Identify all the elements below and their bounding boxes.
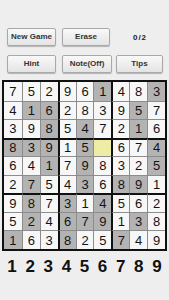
cell-r9c7[interactable]: 7 [111, 230, 129, 249]
cell-r6c6[interactable]: 6 [93, 175, 111, 194]
cell-r7c5[interactable]: 1 [76, 193, 94, 212]
cell-r9c4[interactable]: 8 [58, 230, 76, 249]
cell-r7c4[interactable]: 3 [58, 193, 76, 212]
cell-r4c3[interactable]: 9 [40, 138, 58, 157]
mistake-counter: 0/2 [117, 28, 163, 46]
cell-r4c6[interactable] [93, 138, 111, 157]
cell-r5c4[interactable]: 7 [58, 156, 76, 175]
cell-r4c8[interactable]: 7 [129, 138, 147, 157]
cell-r2c7[interactable]: 9 [111, 101, 129, 120]
cell-r1c9[interactable]: 3 [147, 82, 165, 101]
cell-r4c4[interactable]: 1 [58, 138, 76, 157]
cell-r1c1[interactable]: 7 [4, 82, 22, 101]
cell-r3c8[interactable]: 1 [129, 119, 147, 138]
cell-r1c3[interactable]: 2 [40, 82, 58, 101]
cell-r8c6[interactable]: 9 [93, 212, 111, 231]
numpad-6[interactable]: 6 [98, 257, 107, 277]
cell-r7c7[interactable]: 5 [111, 193, 129, 212]
numpad-5[interactable]: 5 [80, 257, 89, 277]
cell-r9c6[interactable]: 5 [93, 230, 111, 249]
cell-r9c8[interactable]: 4 [129, 230, 147, 249]
numpad-4[interactable]: 4 [62, 257, 71, 277]
numpad-9[interactable]: 9 [152, 257, 161, 277]
numpad-2[interactable]: 2 [25, 257, 34, 277]
numpad-8[interactable]: 8 [134, 257, 143, 277]
cell-r2c9[interactable]: 7 [147, 101, 165, 120]
cell-r8c2[interactable]: 2 [22, 212, 40, 231]
cell-r8c1[interactable]: 5 [4, 212, 22, 231]
cell-r3c6[interactable]: 7 [93, 119, 111, 138]
numpad-3[interactable]: 3 [44, 257, 53, 277]
cell-r8c8[interactable]: 3 [129, 212, 147, 231]
cell-r5c5[interactable]: 9 [76, 156, 94, 175]
numpad-7[interactable]: 7 [116, 257, 125, 277]
cell-r5c3[interactable]: 1 [40, 156, 58, 175]
cell-r2c1[interactable]: 4 [4, 101, 22, 120]
cell-r3c4[interactable]: 5 [58, 119, 76, 138]
cell-r6c4[interactable]: 4 [58, 175, 76, 194]
cell-r6c9[interactable]: 1 [147, 175, 165, 194]
sudoku-board: 7529614834162839573985472168391567464179… [2, 80, 167, 251]
cell-r8c7[interactable]: 1 [111, 212, 129, 231]
cell-r7c6[interactable]: 4 [93, 193, 111, 212]
cell-r5c2[interactable]: 4 [22, 156, 40, 175]
cell-r9c5[interactable]: 2 [76, 230, 94, 249]
cell-r2c5[interactable]: 8 [76, 101, 94, 120]
cell-r5c8[interactable]: 2 [129, 156, 147, 175]
cell-r4c5[interactable]: 5 [76, 138, 94, 157]
cell-r3c7[interactable]: 2 [111, 119, 129, 138]
cell-r5c1[interactable]: 6 [4, 156, 22, 175]
cell-r2c6[interactable]: 3 [93, 101, 111, 120]
number-pad: 123456789 [0, 255, 169, 279]
cell-r1c5[interactable]: 6 [76, 82, 94, 101]
cell-r9c1[interactable]: 1 [4, 230, 22, 249]
cell-r6c7[interactable]: 8 [111, 175, 129, 194]
cell-r6c2[interactable]: 7 [22, 175, 40, 194]
note-toggle-button[interactable]: Note(Off) [62, 55, 112, 73]
cell-r2c8[interactable]: 5 [129, 101, 147, 120]
cell-r9c3[interactable]: 3 [40, 230, 58, 249]
cell-r5c6[interactable]: 8 [93, 156, 111, 175]
numpad-1[interactable]: 1 [7, 257, 16, 277]
cell-r1c2[interactable]: 5 [22, 82, 40, 101]
hint-button[interactable]: Hint [7, 55, 56, 73]
cell-r2c2[interactable]: 1 [22, 101, 40, 120]
cell-r4c7[interactable]: 6 [111, 138, 129, 157]
cell-r4c9[interactable]: 4 [147, 138, 165, 157]
cell-r4c1[interactable]: 8 [4, 138, 22, 157]
cell-r8c4[interactable]: 6 [58, 212, 76, 231]
cell-r3c2[interactable]: 9 [22, 119, 40, 138]
cell-r9c2[interactable]: 6 [22, 230, 40, 249]
cell-r7c9[interactable]: 2 [147, 193, 165, 212]
cell-r8c9[interactable]: 8 [147, 212, 165, 231]
cell-r8c3[interactable]: 4 [40, 212, 58, 231]
cell-r3c1[interactable]: 3 [4, 119, 22, 138]
cell-r1c6[interactable]: 1 [93, 82, 111, 101]
cell-r9c9[interactable]: 9 [147, 230, 165, 249]
cell-r1c4[interactable]: 9 [58, 82, 76, 101]
cell-r3c9[interactable]: 6 [147, 119, 165, 138]
cell-r7c3[interactable]: 7 [40, 193, 58, 212]
cell-r8c5[interactable]: 7 [76, 212, 94, 231]
cell-r6c1[interactable]: 2 [4, 175, 22, 194]
cell-r1c7[interactable]: 4 [111, 82, 129, 101]
cell-r7c1[interactable]: 9 [4, 193, 22, 212]
cell-r5c7[interactable]: 3 [111, 156, 129, 175]
cell-r2c4[interactable]: 2 [58, 101, 76, 120]
cell-r3c3[interactable]: 8 [40, 119, 58, 138]
cell-r6c3[interactable]: 5 [40, 175, 58, 194]
cell-r6c8[interactable]: 9 [129, 175, 147, 194]
cell-r1c8[interactable]: 8 [129, 82, 147, 101]
new-game-button[interactable]: New Game [7, 28, 56, 46]
cell-r7c8[interactable]: 6 [129, 193, 147, 212]
cell-r3c5[interactable]: 4 [76, 119, 94, 138]
cell-r7c2[interactable]: 8 [22, 193, 40, 212]
tips-button[interactable]: Tips [116, 55, 163, 73]
erase-button[interactable]: Erase [62, 28, 110, 46]
cell-r2c3[interactable]: 6 [40, 101, 58, 120]
cell-r5c9[interactable]: 5 [147, 156, 165, 175]
cell-r4c2[interactable]: 3 [22, 138, 40, 157]
cell-r6c5[interactable]: 3 [76, 175, 94, 194]
